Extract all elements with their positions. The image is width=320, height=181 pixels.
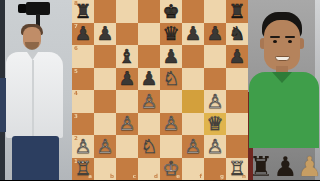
white-pawn: ♙ (74, 136, 91, 155)
square-f7: ♟ (182, 23, 204, 46)
white-pawn: ♙ (184, 136, 201, 155)
rank-label-5: 5 (74, 69, 78, 75)
square-g8 (204, 0, 226, 23)
square-d3 (138, 113, 160, 136)
square-h1: h♖ (226, 158, 248, 181)
square-g1: g (204, 158, 226, 181)
right-player-head (264, 20, 300, 70)
foreground-piece: ♟ (273, 154, 297, 180)
square-d4: ♙ (138, 90, 160, 113)
square-a8: 8♜ (72, 0, 94, 23)
square-e8: ♚ (160, 0, 182, 23)
square-h2 (226, 135, 248, 158)
square-e2 (160, 135, 182, 158)
square-e6: ♟ (160, 45, 182, 68)
left-player-shirt-placket (32, 60, 34, 136)
square-a1: 1a♖ (72, 158, 94, 181)
rank-label-3: 3 (74, 114, 78, 120)
square-c8 (116, 0, 138, 23)
square-h5 (226, 68, 248, 91)
square-e4 (160, 90, 182, 113)
white-pawn: ♙ (140, 91, 157, 110)
square-b7: ♟ (94, 23, 116, 46)
black-pawn: ♟ (228, 46, 245, 65)
square-a4: 4 (72, 90, 94, 113)
square-h3 (226, 113, 248, 136)
white-pawn: ♙ (118, 114, 135, 133)
white-pawn: ♙ (162, 114, 179, 133)
left-player-photo (0, 0, 72, 180)
square-a3: 3 (72, 113, 94, 136)
rank-label-4: 4 (74, 91, 78, 97)
black-rook: ♜ (228, 1, 245, 20)
square-b5 (94, 68, 116, 91)
square-c6: ♝ (116, 45, 138, 68)
square-g3: ♕ (204, 113, 226, 136)
black-pawn: ♟ (96, 24, 113, 43)
chess-board: 8♜♚♜7♟♟♛♟♟♞6♝♟♟5♟♟♘4♙♙3♙♙♕2♙♙♘♙♙1a♖bcde♔… (72, 0, 248, 180)
right-player-eyebrow (270, 36, 280, 38)
black-knight: ♞ (228, 24, 245, 43)
square-c2 (116, 135, 138, 158)
foreground-piece: ♜ (249, 154, 273, 180)
white-pawn: ♙ (96, 136, 113, 155)
square-c1: c (116, 158, 138, 181)
square-b1: b (94, 158, 116, 181)
black-rook: ♜ (74, 1, 91, 20)
square-f6 (182, 45, 204, 68)
foreground-piece: ♟ (297, 154, 320, 180)
black-pawn: ♟ (206, 24, 223, 43)
black-king: ♚ (162, 1, 179, 20)
right-player-polo (249, 72, 319, 148)
file-label-d: d (154, 174, 158, 180)
right-player-photo: ♜♟♟♝♛♞ (248, 0, 320, 180)
square-h8: ♜ (226, 0, 248, 23)
square-d8 (138, 0, 160, 23)
square-f3 (182, 113, 204, 136)
left-player-shirt (6, 52, 63, 138)
square-b3 (94, 113, 116, 136)
square-a5: 5 (72, 68, 94, 91)
square-g6 (204, 45, 226, 68)
square-b2: ♙ (94, 135, 116, 158)
square-d1: d (138, 158, 160, 181)
square-f1: f (182, 158, 204, 181)
square-d2: ♘ (138, 135, 160, 158)
file-label-b: b (110, 174, 114, 180)
white-pawn: ♙ (206, 136, 223, 155)
square-c7 (116, 23, 138, 46)
white-knight: ♘ (140, 136, 157, 155)
left-player-trousers (12, 136, 59, 180)
black-pawn: ♟ (184, 24, 201, 43)
square-f4 (182, 90, 204, 113)
square-g7: ♟ (204, 23, 226, 46)
square-g2: ♙ (204, 135, 226, 158)
square-c5: ♟ (116, 68, 138, 91)
white-pawn: ♙ (206, 91, 223, 110)
square-c3: ♙ (116, 113, 138, 136)
file-label-g: g (220, 174, 224, 180)
square-b4 (94, 90, 116, 113)
black-pawn: ♟ (74, 24, 91, 43)
rank-label-6: 6 (74, 46, 78, 52)
black-pawn: ♟ (118, 69, 135, 88)
square-a2: 2♙ (72, 135, 94, 158)
square-d5: ♟ (138, 68, 160, 91)
white-rook: ♖ (228, 159, 245, 178)
white-rook: ♖ (74, 159, 91, 178)
square-a6: 6 (72, 45, 94, 68)
square-e1: e♔ (160, 158, 182, 181)
square-h4 (226, 90, 248, 113)
black-pawn: ♟ (140, 69, 157, 88)
square-h6: ♟ (226, 45, 248, 68)
right-player-eye (288, 40, 292, 43)
square-b8 (94, 0, 116, 23)
square-e5: ♘ (160, 68, 182, 91)
file-label-f: f (200, 174, 202, 180)
left-player-beard (25, 42, 39, 50)
black-queen: ♛ (162, 24, 179, 43)
white-knight: ♘ (162, 69, 179, 88)
video-thumbnail[interactable]: 8♜♚♜7♟♟♛♟♟♞6♝♟♟5♟♟♘4♙♙3♙♙♕2♙♙♘♙♙1a♖bcde♔… (0, 0, 320, 180)
square-e7: ♛ (160, 23, 182, 46)
black-pawn: ♟ (162, 46, 179, 65)
foreground-chess-pieces: ♜♟♟♝♛♞ (248, 140, 320, 180)
square-h7: ♞ (226, 23, 248, 46)
square-f5 (182, 68, 204, 91)
square-c4 (116, 90, 138, 113)
right-player-eye (273, 40, 277, 43)
square-a7: 7♟ (72, 23, 94, 46)
square-g5 (204, 68, 226, 91)
square-b6 (94, 45, 116, 68)
square-d7 (138, 23, 160, 46)
right-player-eyebrow (285, 36, 295, 38)
white-king: ♔ (162, 159, 179, 178)
file-label-c: c (133, 174, 136, 180)
black-bishop: ♝ (118, 46, 135, 65)
square-f2: ♙ (182, 135, 204, 158)
white-queen: ♕ (206, 114, 223, 133)
square-d6 (138, 45, 160, 68)
square-g4: ♙ (204, 90, 226, 113)
square-e3: ♙ (160, 113, 182, 136)
right-player-smile (275, 56, 290, 61)
square-f8 (182, 0, 204, 23)
